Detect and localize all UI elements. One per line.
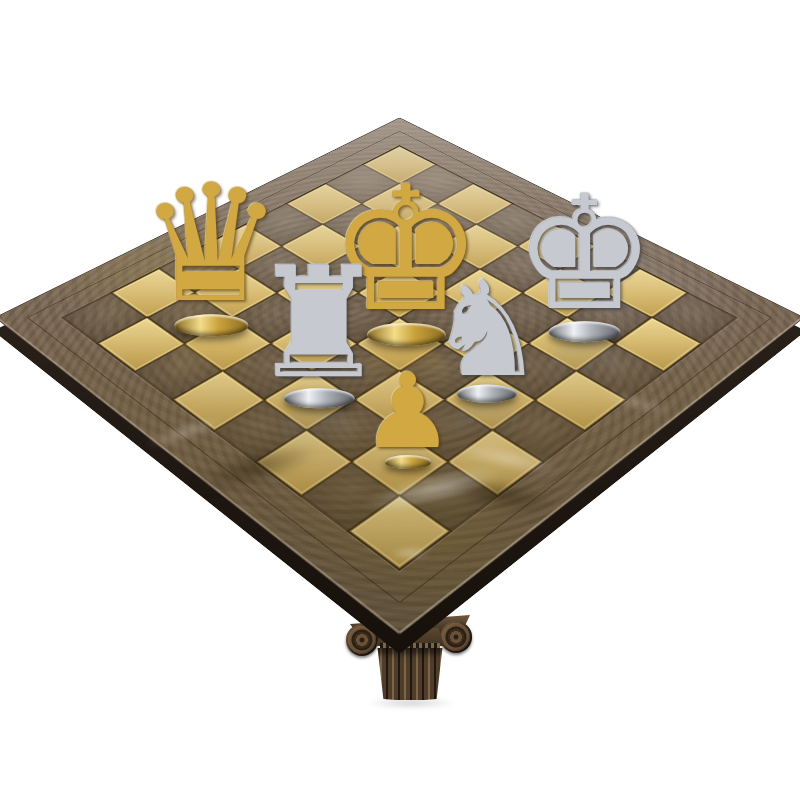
column-fluted-shaft [374,648,446,700]
chess-set-photo: ♛♚♟♜♞♚ [0,0,800,800]
board-top-face [0,118,800,636]
chessboard-3d [0,118,800,636]
capital-volute-right-icon [440,621,472,653]
board-playing-area [64,146,736,568]
